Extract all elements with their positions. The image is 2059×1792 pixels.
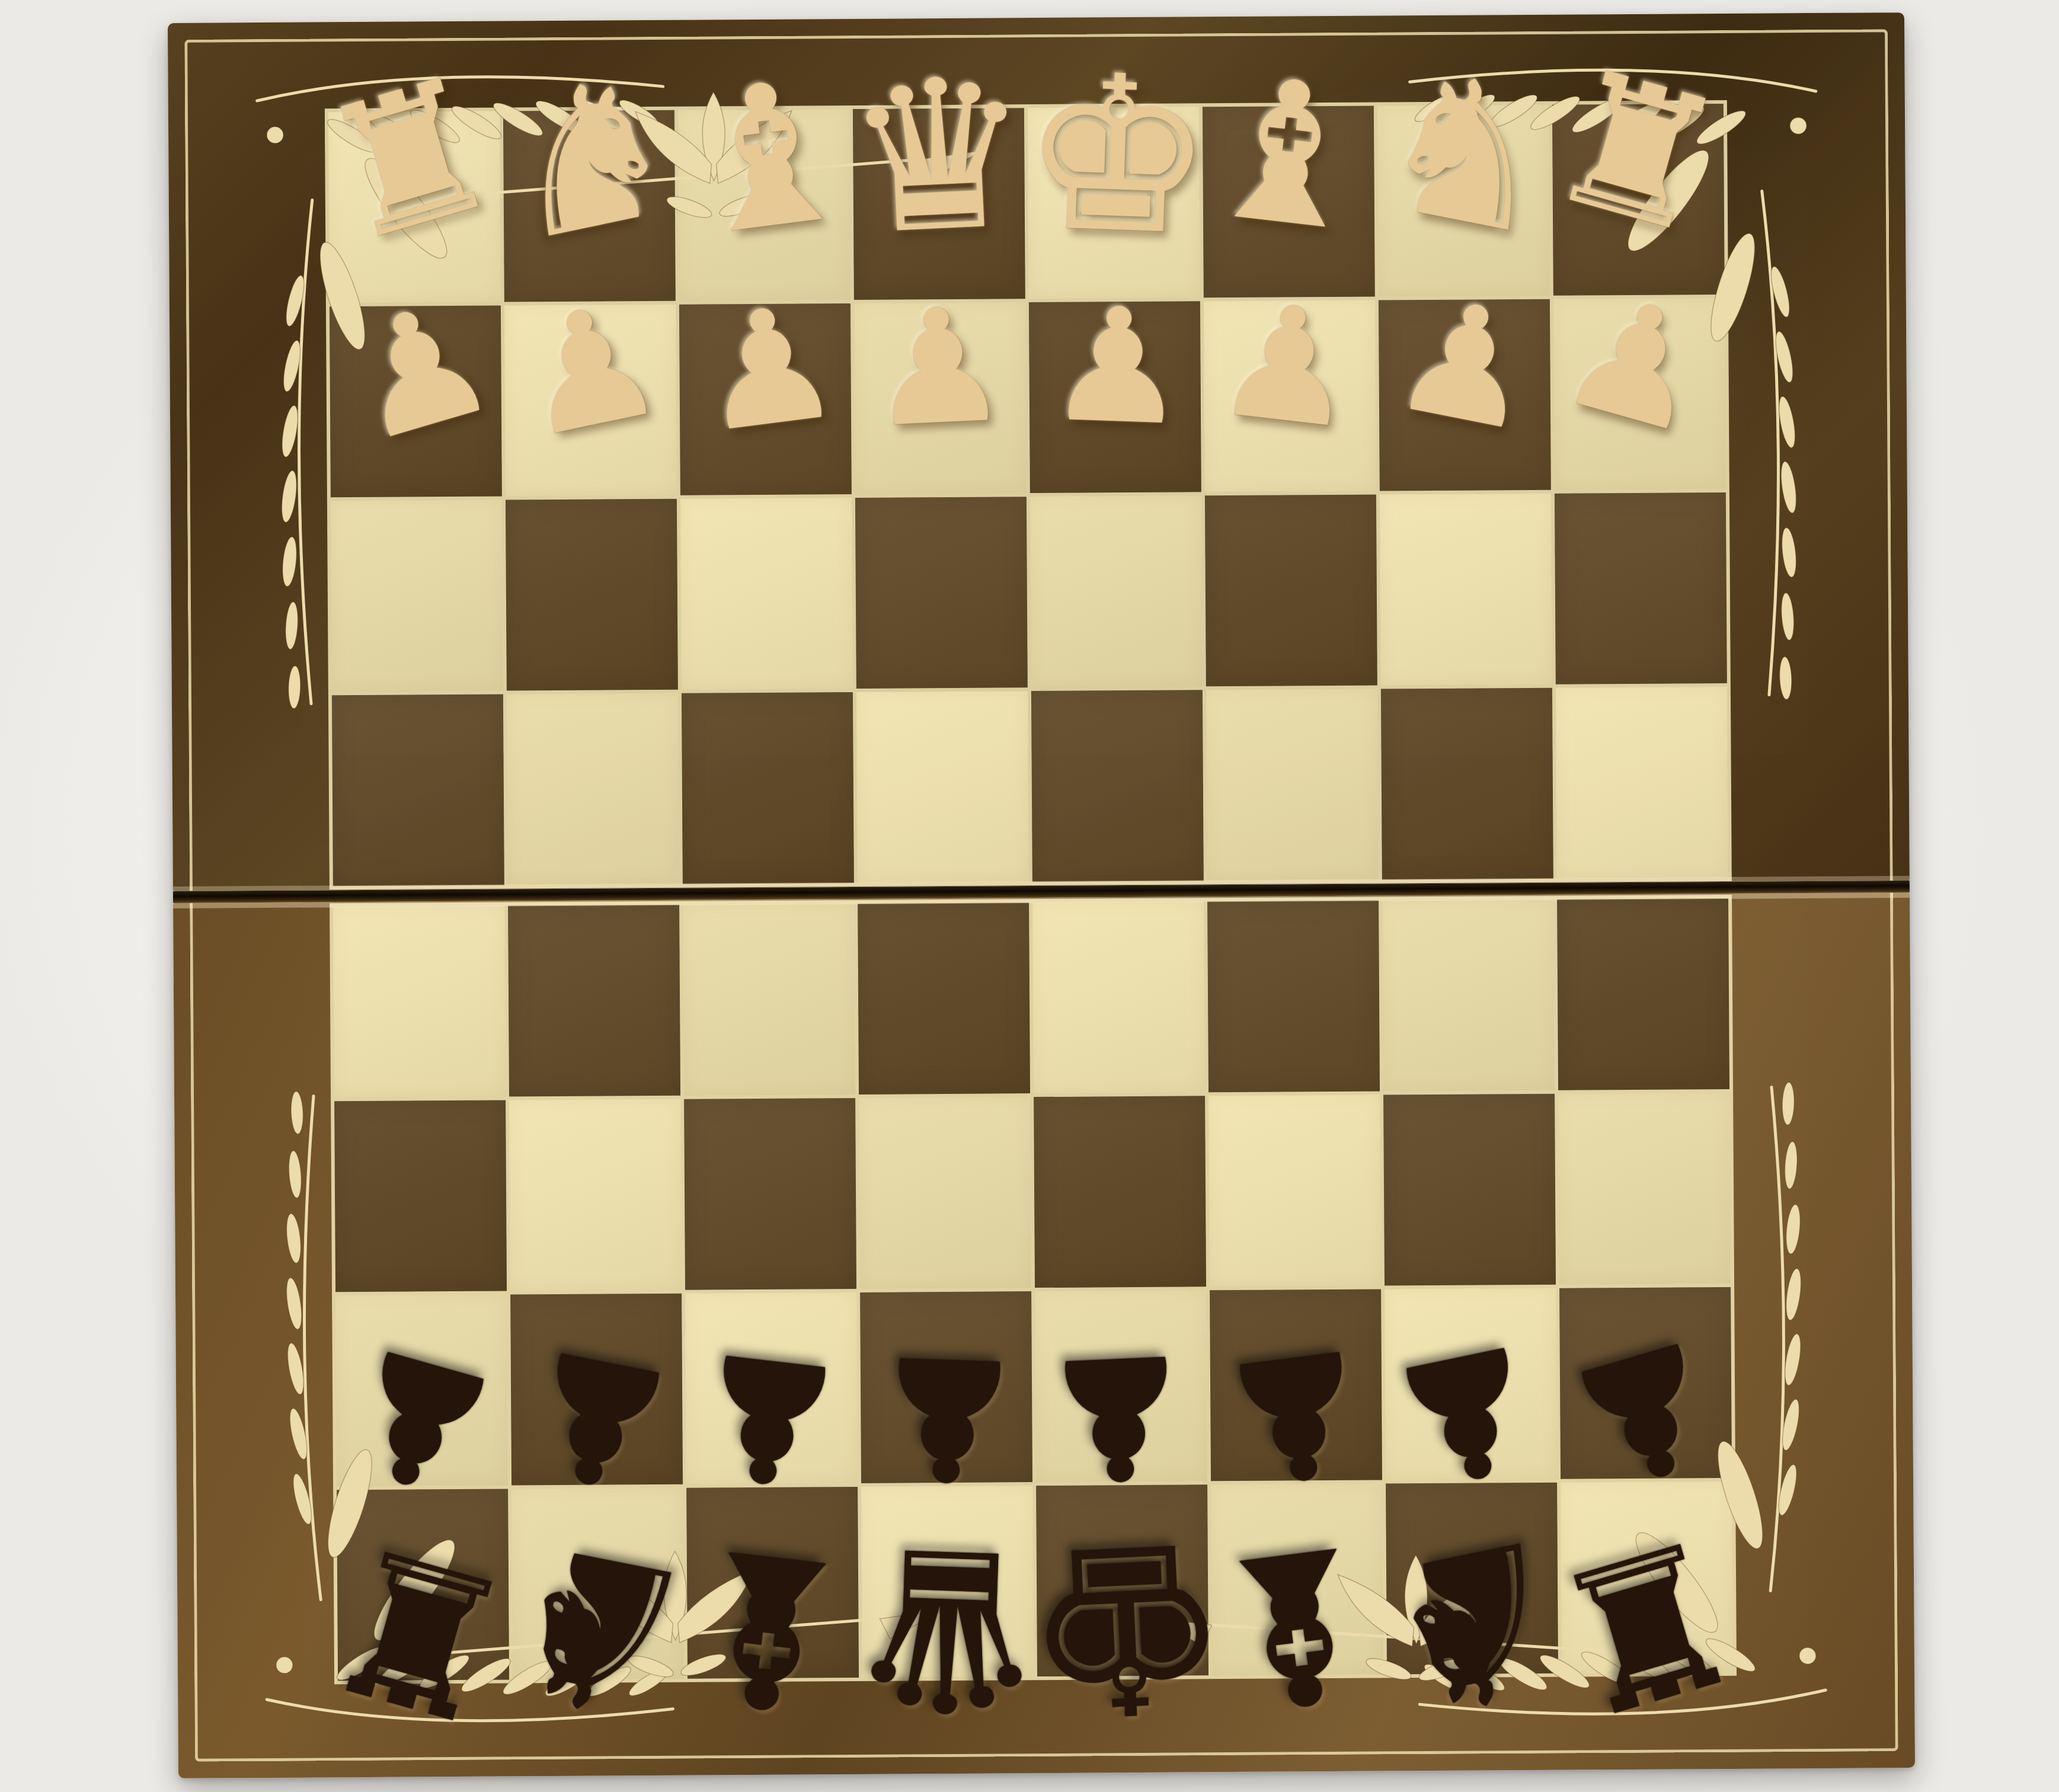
square-a7[interactable]	[335, 1295, 508, 1487]
square-d5[interactable]	[858, 903, 1030, 1095]
square-e4[interactable]	[1031, 690, 1204, 882]
board-bottom-half	[173, 892, 1915, 1778]
square-a8[interactable]	[337, 1489, 509, 1681]
square-e6[interactable]	[1034, 1096, 1206, 1288]
square-g3[interactable]	[1380, 494, 1552, 686]
square-g4[interactable]	[1381, 688, 1553, 880]
square-d8[interactable]	[861, 1486, 1034, 1678]
square-g5[interactable]	[1382, 900, 1555, 1092]
square-h7[interactable]	[1559, 1287, 1732, 1479]
square-b4[interactable]	[507, 693, 679, 885]
square-d3[interactable]	[855, 497, 1028, 689]
photo-background: ♜♞♝♛♚♝♞♜♟♟♟♟♟♟♟♟♟♟♟♟♟♟♟♟♜♞♝♛♚♝♞♜	[0, 0, 2059, 1792]
square-f7[interactable]	[1210, 1289, 1382, 1481]
square-b8[interactable]	[511, 1488, 684, 1680]
square-b5[interactable]	[508, 905, 680, 1097]
square-a6[interactable]	[334, 1100, 507, 1292]
square-h6[interactable]	[1558, 1093, 1731, 1285]
square-a5[interactable]	[333, 906, 506, 1098]
square-g6[interactable]	[1383, 1094, 1556, 1286]
square-d1[interactable]	[853, 108, 1025, 300]
square-d2[interactable]	[854, 302, 1027, 494]
square-c6[interactable]	[684, 1098, 856, 1290]
square-g2[interactable]	[1379, 299, 1551, 491]
square-e7[interactable]	[1035, 1290, 1207, 1482]
square-f3[interactable]	[1205, 495, 1377, 687]
square-g7[interactable]	[1385, 1288, 1557, 1480]
square-c8[interactable]	[686, 1487, 859, 1679]
square-e2[interactable]	[1029, 301, 1201, 493]
square-c5[interactable]	[683, 904, 855, 1096]
square-c4[interactable]	[682, 692, 854, 884]
square-h4[interactable]	[1556, 687, 1728, 879]
square-a3[interactable]	[331, 500, 503, 692]
square-b2[interactable]	[504, 305, 677, 497]
square-f8[interactable]	[1211, 1484, 1383, 1676]
square-h1[interactable]	[1552, 104, 1725, 296]
square-c2[interactable]	[679, 303, 852, 495]
chess-board-box: ♜♞♝♛♚♝♞♜♟♟♟♟♟♟♟♟♟♟♟♟♟♟♟♟♜♞♝♛♚♝♞♜	[168, 12, 1915, 1778]
square-d4[interactable]	[856, 691, 1029, 883]
square-e1[interactable]	[1028, 107, 1200, 299]
square-h5[interactable]	[1557, 898, 1729, 1090]
square-f1[interactable]	[1203, 106, 1375, 298]
square-d7[interactable]	[860, 1291, 1032, 1483]
square-a4[interactable]	[332, 695, 504, 887]
square-f6[interactable]	[1208, 1095, 1381, 1287]
square-b3[interactable]	[506, 499, 678, 691]
board-grid-ranks-5-8	[330, 895, 1737, 1684]
square-h2[interactable]	[1553, 298, 1726, 490]
square-e5[interactable]	[1032, 901, 1205, 1093]
board-grid-ranks-1-4	[325, 100, 1732, 889]
square-b7[interactable]	[510, 1294, 683, 1486]
square-h8[interactable]	[1561, 1481, 1733, 1673]
board-top-half	[168, 12, 1910, 891]
square-a1[interactable]	[328, 111, 501, 303]
square-a2[interactable]	[330, 306, 502, 498]
square-e8[interactable]	[1036, 1484, 1208, 1676]
square-e3[interactable]	[1030, 495, 1203, 687]
square-f2[interactable]	[1204, 300, 1376, 492]
square-c7[interactable]	[685, 1292, 858, 1484]
square-c1[interactable]	[678, 109, 851, 301]
square-h3[interactable]	[1555, 492, 1727, 684]
square-f4[interactable]	[1206, 689, 1379, 881]
square-g1[interactable]	[1377, 105, 1550, 297]
square-b1[interactable]	[503, 110, 676, 302]
square-c3[interactable]	[680, 498, 853, 690]
square-b6[interactable]	[509, 1099, 682, 1291]
square-g8[interactable]	[1386, 1483, 1558, 1675]
square-d6[interactable]	[859, 1097, 1031, 1289]
square-f5[interactable]	[1207, 901, 1380, 1093]
